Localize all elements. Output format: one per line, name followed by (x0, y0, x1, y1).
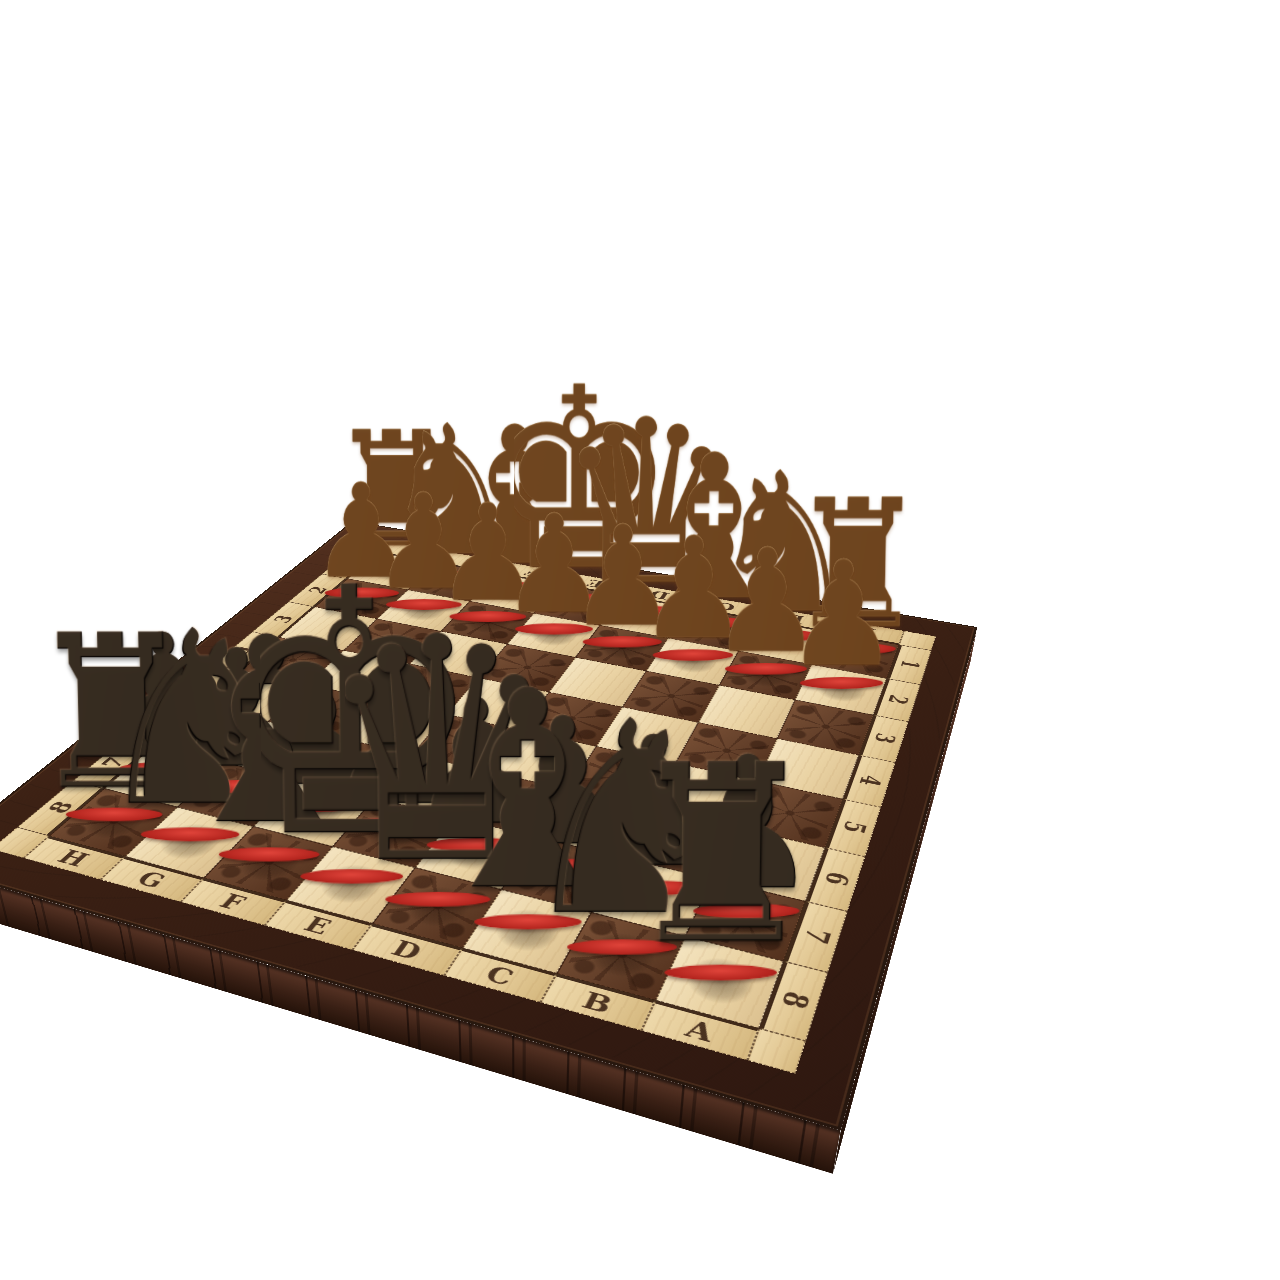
board-grid: HGFEDCBA1♜♞♝♚♛♝♞♜12♟♟♟♟♟♟♟♟2334455667♟♟♟… (0, 537, 936, 1073)
coord-strip-cell: 3 (859, 715, 909, 763)
coord-label-c: C (445, 951, 554, 1002)
coord-label-h: H (25, 838, 122, 879)
piece-white-pawn-a2[interactable]: ♟ (769, 545, 916, 689)
board-3d-scene: HGFEDCBA1♜♞♝♚♛♝♞♜12♟♟♟♟♟♟♟♟2334455667♟♟♟… (0, 0, 1280, 1280)
coord-label-8: 8 (740, 974, 851, 1027)
red-felt-base (664, 965, 777, 981)
chess-board: HGFEDCBA1♜♞♝♚♛♝♞♜12♟♟♟♟♟♟♟♟2334455667♟♟♟… (0, 521, 977, 1130)
product-photo-stage: HGFEDCBA1♜♞♝♚♛♝♞♜12♟♟♟♟♟♟♟♟2334455667♟♟♟… (0, 0, 1280, 1280)
coord-label-d: D (354, 926, 460, 974)
black-rook-glyph: ♜ (624, 739, 822, 972)
white-pawn-glyph: ♟ (785, 545, 901, 683)
coord-label-a: A (643, 1003, 757, 1059)
piece-black-rook-a8[interactable]: ♜ (623, 739, 821, 981)
